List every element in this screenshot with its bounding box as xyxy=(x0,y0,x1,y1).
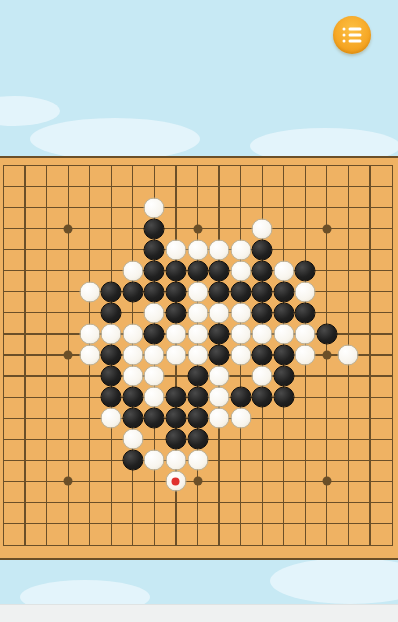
black-stone[interactable] xyxy=(165,281,186,302)
white-stone[interactable] xyxy=(209,239,230,260)
white-stone[interactable] xyxy=(230,408,251,429)
black-stone[interactable] xyxy=(165,302,186,323)
white-stone[interactable] xyxy=(209,366,230,387)
board-grid[interactable] xyxy=(3,165,393,546)
white-stone[interactable] xyxy=(165,450,186,471)
white-stone[interactable] xyxy=(230,239,251,260)
white-stone[interactable] xyxy=(144,366,165,387)
black-stone[interactable] xyxy=(101,345,122,366)
black-stone[interactable] xyxy=(144,408,165,429)
black-stone[interactable] xyxy=(273,281,294,302)
go-board[interactable] xyxy=(0,156,398,560)
white-stone[interactable] xyxy=(122,260,143,281)
black-stone[interactable] xyxy=(165,260,186,281)
white-stone[interactable] xyxy=(144,345,165,366)
black-stone[interactable] xyxy=(165,387,186,408)
black-stone[interactable] xyxy=(101,366,122,387)
white-stone[interactable] xyxy=(187,450,208,471)
white-stone[interactable] xyxy=(295,323,316,344)
star-point xyxy=(322,477,331,486)
black-stone[interactable] xyxy=(144,218,165,239)
white-stone[interactable] xyxy=(101,408,122,429)
black-stone[interactable] xyxy=(295,302,316,323)
white-stone[interactable] xyxy=(273,323,294,344)
white-stone[interactable] xyxy=(187,323,208,344)
black-stone[interactable] xyxy=(209,323,230,344)
white-stone[interactable] xyxy=(144,450,165,471)
black-stone[interactable] xyxy=(316,323,337,344)
black-stone[interactable] xyxy=(252,239,273,260)
black-stone[interactable] xyxy=(273,366,294,387)
black-stone[interactable] xyxy=(122,281,143,302)
list-menu-icon xyxy=(343,28,362,43)
white-stone[interactable] xyxy=(295,345,316,366)
white-stone[interactable] xyxy=(165,323,186,344)
black-stone[interactable] xyxy=(252,302,273,323)
white-stone[interactable] xyxy=(187,345,208,366)
black-stone[interactable] xyxy=(187,408,208,429)
white-stone[interactable] xyxy=(209,408,230,429)
white-stone[interactable] xyxy=(79,345,100,366)
white-stone[interactable] xyxy=(79,281,100,302)
white-stone[interactable] xyxy=(144,302,165,323)
black-stone[interactable] xyxy=(187,366,208,387)
white-stone[interactable] xyxy=(165,345,186,366)
black-stone[interactable] xyxy=(209,345,230,366)
white-stone[interactable] xyxy=(187,302,208,323)
black-stone[interactable] xyxy=(187,260,208,281)
black-stone[interactable] xyxy=(273,387,294,408)
black-stone[interactable] xyxy=(273,345,294,366)
black-stone[interactable] xyxy=(144,281,165,302)
white-stone[interactable] xyxy=(209,387,230,408)
white-stone[interactable] xyxy=(187,239,208,260)
black-stone[interactable] xyxy=(144,323,165,344)
white-stone[interactable] xyxy=(230,323,251,344)
black-stone[interactable] xyxy=(273,302,294,323)
black-stone[interactable] xyxy=(295,260,316,281)
black-stone[interactable] xyxy=(165,408,186,429)
black-stone[interactable] xyxy=(122,387,143,408)
white-stone[interactable] xyxy=(144,197,165,218)
white-stone[interactable] xyxy=(252,366,273,387)
black-stone[interactable] xyxy=(144,239,165,260)
star-point xyxy=(193,224,202,233)
black-stone[interactable] xyxy=(252,281,273,302)
star-point xyxy=(322,224,331,233)
white-stone[interactable] xyxy=(252,218,273,239)
white-stone[interactable] xyxy=(122,429,143,450)
black-stone[interactable] xyxy=(209,281,230,302)
last-move-marker xyxy=(172,477,180,485)
app-screen xyxy=(0,0,398,622)
white-stone[interactable] xyxy=(230,260,251,281)
black-stone[interactable] xyxy=(209,260,230,281)
black-stone[interactable] xyxy=(252,260,273,281)
white-stone[interactable] xyxy=(252,323,273,344)
black-stone[interactable] xyxy=(101,281,122,302)
black-stone[interactable] xyxy=(187,387,208,408)
star-point xyxy=(64,224,73,233)
white-stone[interactable] xyxy=(230,302,251,323)
black-stone[interactable] xyxy=(252,345,273,366)
cloud xyxy=(30,118,200,160)
black-stone[interactable] xyxy=(101,302,122,323)
star-point xyxy=(64,477,73,486)
black-stone[interactable] xyxy=(101,387,122,408)
white-stone[interactable] xyxy=(295,281,316,302)
white-stone[interactable] xyxy=(273,260,294,281)
menu-button[interactable] xyxy=(333,16,371,54)
white-stone[interactable] xyxy=(165,239,186,260)
black-stone[interactable] xyxy=(230,387,251,408)
star-point xyxy=(193,477,202,486)
black-stone[interactable] xyxy=(252,387,273,408)
grid-vline xyxy=(369,166,370,545)
white-stone[interactable] xyxy=(101,323,122,344)
white-stone[interactable] xyxy=(122,366,143,387)
cloud xyxy=(0,96,60,126)
black-stone[interactable] xyxy=(165,429,186,450)
star-point xyxy=(322,351,331,360)
black-stone[interactable] xyxy=(122,408,143,429)
grid-hline xyxy=(4,502,392,503)
black-stone[interactable] xyxy=(187,429,208,450)
cloud xyxy=(270,558,398,604)
white-stone[interactable] xyxy=(165,471,186,492)
star-point xyxy=(64,351,73,360)
black-stone[interactable] xyxy=(230,281,251,302)
white-stone[interactable] xyxy=(144,387,165,408)
white-stone[interactable] xyxy=(122,345,143,366)
black-stone[interactable] xyxy=(122,450,143,471)
white-stone[interactable] xyxy=(79,323,100,344)
white-stone[interactable] xyxy=(338,345,359,366)
white-stone[interactable] xyxy=(230,345,251,366)
grid-hline xyxy=(4,523,392,524)
white-stone[interactable] xyxy=(122,323,143,344)
white-stone[interactable] xyxy=(187,281,208,302)
bottom-panel-edge xyxy=(0,604,398,622)
white-stone[interactable] xyxy=(209,302,230,323)
black-stone[interactable] xyxy=(144,260,165,281)
